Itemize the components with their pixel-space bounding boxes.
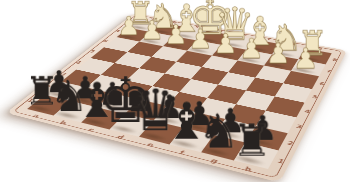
piece-white-pawn: ♟ [117, 13, 140, 39]
piece-white-pawn: ♟ [140, 17, 163, 43]
board-grid: ♜♞♝♚♛♝♞♜♟♟♟♟♟♟♟♟♟♟♟♟♟♟♟♟♜♞♝♚♛♝♞♜ [27, 19, 332, 169]
piece-white-pawn: ♟ [164, 21, 188, 47]
chess-board-mat: abcdefgh abcdefgh 12345678 12345678 ♜♞♝♚… [6, 13, 347, 182]
piece-black-rook: ♜ [232, 119, 271, 163]
piece-white-pawn: ♟ [213, 30, 237, 57]
chess-set-product-photo: abcdefgh abcdefgh 12345678 12345678 ♜♞♝♚… [0, 0, 350, 182]
piece-white-pawn: ♟ [188, 25, 212, 52]
piece-white-pawn: ♟ [266, 39, 291, 67]
piece-white-pawn: ♟ [293, 44, 318, 72]
piece-white-pawn: ♟ [239, 35, 264, 63]
perspective-scene: abcdefgh abcdefgh 12345678 12345678 ♜♞♝♚… [0, 0, 350, 182]
